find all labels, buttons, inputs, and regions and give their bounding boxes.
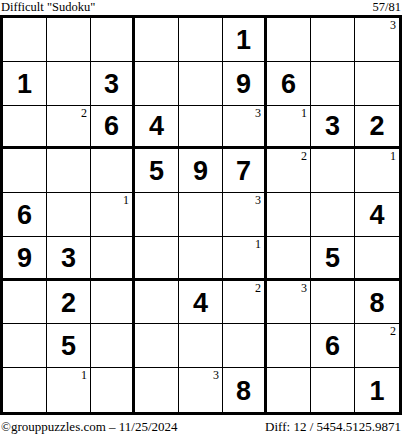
sudoku-cell[interactable]: [179, 324, 223, 368]
sudoku-cell: 1: [3, 62, 47, 106]
sudoku-cell: 8: [223, 368, 267, 412]
sudoku-cell[interactable]: [47, 18, 91, 62]
sudoku-cell[interactable]: 2: [47, 106, 91, 150]
sudoku-cell: 4: [135, 106, 179, 150]
corner-mark: 1: [81, 368, 87, 382]
sudoku-cell[interactable]: [311, 368, 355, 412]
corner-mark: 3: [390, 18, 396, 32]
sudoku-cell[interactable]: [135, 368, 179, 412]
sudoku-cell[interactable]: [223, 324, 267, 368]
given-digit: 9: [193, 158, 208, 185]
given-digit: 5: [325, 245, 340, 272]
given-digit: 6: [17, 202, 32, 229]
sudoku-cell: 4: [355, 193, 399, 237]
sudoku-cell[interactable]: [135, 324, 179, 368]
given-digit: 1: [369, 378, 384, 405]
sudoku-cell[interactable]: 2: [267, 149, 311, 193]
sudoku-cell: 3: [91, 62, 135, 106]
sudoku-cell[interactable]: 3: [179, 368, 223, 412]
sudoku-cell[interactable]: [311, 281, 355, 325]
sudoku-cell[interactable]: 3: [223, 106, 267, 150]
given-digit: 6: [325, 333, 340, 360]
sudoku-cell[interactable]: 3: [223, 193, 267, 237]
corner-mark: 3: [255, 106, 261, 120]
sudoku-board: 13139626431325972161349315242385621381: [0, 15, 402, 415]
sudoku-cell: 1: [223, 18, 267, 62]
sudoku-cell: 5: [47, 324, 91, 368]
sudoku-cell[interactable]: [355, 62, 399, 106]
sudoku-cell[interactable]: 3: [267, 281, 311, 325]
sudoku-cell: 9: [3, 237, 47, 281]
sudoku-cell[interactable]: [3, 324, 47, 368]
corner-mark: 1: [301, 106, 307, 120]
sudoku-cell: 3: [311, 106, 355, 150]
sudoku-cell[interactable]: 1: [267, 106, 311, 150]
sudoku-cell[interactable]: [91, 237, 135, 281]
sudoku-cell[interactable]: [135, 237, 179, 281]
sudoku-cell: 6: [311, 324, 355, 368]
sudoku-cell[interactable]: [135, 62, 179, 106]
sudoku-cell[interactable]: [47, 149, 91, 193]
sudoku-cell[interactable]: [267, 324, 311, 368]
sudoku-cell[interactable]: [179, 106, 223, 150]
sudoku-cell: 9: [179, 149, 223, 193]
given-digit: 9: [17, 245, 32, 272]
puzzle-title: Difficult "Sudoku": [0, 0, 95, 14]
sudoku-cell[interactable]: [267, 18, 311, 62]
sudoku-cell[interactable]: [91, 149, 135, 193]
corner-mark: 2: [255, 281, 261, 295]
given-digit: 3: [61, 245, 76, 272]
sudoku-cell: 9: [223, 62, 267, 106]
corner-mark: 2: [390, 324, 396, 338]
sudoku-cell[interactable]: [355, 237, 399, 281]
given-digit: 8: [236, 378, 251, 405]
sudoku-cell[interactable]: 2: [355, 324, 399, 368]
sudoku-cell[interactable]: [267, 193, 311, 237]
sudoku-cell[interactable]: 2: [223, 281, 267, 325]
sudoku-cell[interactable]: [47, 62, 91, 106]
sudoku-cell[interactable]: [267, 237, 311, 281]
sudoku-cell[interactable]: [311, 62, 355, 106]
sudoku-cell: 5: [135, 149, 179, 193]
sudoku-cell[interactable]: [179, 237, 223, 281]
given-digit: 6: [281, 71, 296, 98]
sudoku-cell[interactable]: [311, 193, 355, 237]
sudoku-cell[interactable]: [135, 18, 179, 62]
sudoku-cell[interactable]: [311, 18, 355, 62]
sudoku-cell[interactable]: [91, 18, 135, 62]
given-digit: 4: [369, 202, 384, 229]
sudoku-cell: 7: [223, 149, 267, 193]
sudoku-cell[interactable]: [3, 368, 47, 412]
sudoku-cell: 2: [355, 106, 399, 150]
given-digit: 8: [369, 290, 384, 317]
header: Difficult "Sudoku" 57/81: [0, 0, 402, 15]
given-digit: 9: [236, 71, 251, 98]
sudoku-cell[interactable]: [91, 324, 135, 368]
sudoku-cell: 2: [47, 281, 91, 325]
given-digit: 1: [17, 71, 32, 98]
page: Difficult "Sudoku" 57/81 131396264313259…: [0, 0, 402, 437]
sudoku-cell[interactable]: [267, 368, 311, 412]
sudoku-cell: 6: [3, 193, 47, 237]
sudoku-cell[interactable]: 1: [47, 368, 91, 412]
sudoku-cell[interactable]: [3, 149, 47, 193]
given-digit: 5: [61, 333, 76, 360]
given-digit: 2: [369, 113, 384, 140]
corner-mark: 3: [213, 368, 219, 382]
sudoku-cell[interactable]: [3, 18, 47, 62]
given-digit: 4: [193, 290, 208, 317]
sudoku-cell: 8: [355, 281, 399, 325]
sudoku-cell[interactable]: 1: [355, 149, 399, 193]
given-digit: 3: [104, 71, 119, 98]
sudoku-cell[interactable]: [3, 106, 47, 150]
sudoku-cell[interactable]: [179, 62, 223, 106]
sudoku-cell[interactable]: [91, 368, 135, 412]
sudoku-cell: 3: [47, 237, 91, 281]
given-digit: 2: [61, 290, 76, 317]
sudoku-cell[interactable]: [179, 18, 223, 62]
sudoku-cell: 1: [355, 368, 399, 412]
given-digit: 3: [325, 113, 340, 140]
sudoku-cell[interactable]: [3, 281, 47, 325]
cell-counter: 57/81: [373, 0, 402, 14]
given-digit: 1: [236, 27, 251, 54]
sudoku-cell: 6: [91, 106, 135, 150]
footer: ©grouppuzzles.com – 11/25/2024 Diff: 12 …: [0, 419, 402, 434]
sudoku-cell[interactable]: [311, 149, 355, 193]
sudoku-cell[interactable]: [47, 193, 91, 237]
sudoku-cell[interactable]: 3: [355, 18, 399, 62]
sudoku-cell[interactable]: 1: [223, 237, 267, 281]
corner-mark: 1: [123, 193, 129, 207]
corner-mark: 2: [301, 149, 307, 163]
sudoku-cell[interactable]: [179, 193, 223, 237]
corner-mark: 2: [81, 106, 87, 120]
corner-mark: 3: [255, 193, 261, 207]
sudoku-cell: 5: [311, 237, 355, 281]
given-digit: 7: [236, 158, 251, 185]
sudoku-cell[interactable]: [91, 281, 135, 325]
corner-mark: 3: [301, 281, 307, 295]
sudoku-cell[interactable]: 1: [91, 193, 135, 237]
given-digit: 6: [104, 113, 119, 140]
sudoku-cell[interactable]: [135, 281, 179, 325]
corner-mark: 1: [255, 237, 261, 251]
sudoku-cell: 4: [179, 281, 223, 325]
difficulty-text: Diff: 12 / 5454.5125.9871: [265, 419, 402, 434]
given-digit: 5: [149, 158, 164, 185]
sudoku-cell: 6: [267, 62, 311, 106]
copyright-date-text: ©grouppuzzles.com – 11/25/2024: [0, 419, 178, 434]
sudoku-cell[interactable]: [135, 193, 179, 237]
corner-mark: 1: [390, 149, 396, 163]
given-digit: 4: [149, 113, 164, 140]
